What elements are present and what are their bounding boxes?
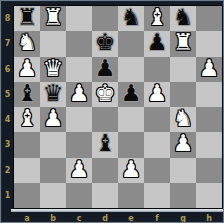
square-f4[interactable] (144, 107, 170, 132)
square-c3[interactable] (66, 132, 92, 157)
square-e8[interactable]: ♞ (118, 6, 144, 31)
board-bottom-bevel (11, 209, 223, 212)
square-g7[interactable]: ♜ (170, 31, 196, 56)
square-c8[interactable] (66, 6, 92, 31)
square-f6[interactable] (144, 57, 170, 82)
white-pawn[interactable]: ♟ (147, 82, 168, 105)
square-b1[interactable] (40, 183, 66, 208)
square-c7[interactable] (66, 31, 92, 56)
square-h1[interactable] (196, 183, 222, 208)
square-h5[interactable] (196, 82, 222, 107)
rank-label-7: 7 (1, 31, 14, 56)
rank-label-6: 6 (1, 57, 14, 82)
square-b7[interactable] (40, 31, 66, 56)
square-a6[interactable]: ♟ (14, 57, 40, 82)
rank-label-8: 8 (1, 6, 14, 31)
white-knight[interactable]: ♞ (17, 31, 38, 54)
square-f8[interactable]: ♝ (144, 6, 170, 31)
file-label-g: g (170, 213, 196, 223)
black-pawn[interactable]: ♟ (95, 57, 116, 80)
square-h8[interactable] (196, 6, 222, 31)
square-e6[interactable] (118, 57, 144, 82)
square-a2[interactable] (14, 158, 40, 183)
square-h3[interactable] (196, 132, 222, 157)
square-c6[interactable] (66, 57, 92, 82)
black-pawn[interactable]: ♟ (121, 82, 142, 105)
white-bishop[interactable]: ♝ (147, 6, 168, 29)
square-d8[interactable] (92, 6, 118, 31)
chess-board[interactable]: ♜♜♞♝♞♞♚♟♜♟♛♟♟♝♛♟♚♟♟♝♟♞♝♟♟♟ (14, 6, 222, 208)
black-knight[interactable]: ♞ (173, 6, 194, 29)
file-label-h: h (196, 213, 222, 223)
white-pawn[interactable]: ♟ (199, 57, 220, 80)
black-pawn[interactable]: ♟ (147, 31, 168, 54)
square-a5[interactable]: ♝ (14, 82, 40, 107)
square-e2[interactable]: ♟ (118, 158, 144, 183)
chess-board-frame: 87654321 ♜♜♞♝♞♞♚♟♜♟♛♟♟♝♛♟♚♟♟♝♟♞♝♟♟♟ abcd… (0, 0, 224, 223)
rank-labels: 87654321 (1, 6, 14, 208)
square-g5[interactable] (170, 82, 196, 107)
black-bishop[interactable]: ♝ (17, 82, 38, 105)
square-d4[interactable] (92, 107, 118, 132)
square-a4[interactable]: ♝ (14, 107, 40, 132)
square-c4[interactable] (66, 107, 92, 132)
square-b8[interactable]: ♜ (40, 6, 66, 31)
square-d7[interactable]: ♚ (92, 31, 118, 56)
square-f5[interactable]: ♟ (144, 82, 170, 107)
white-pawn[interactable]: ♟ (173, 132, 194, 155)
white-queen[interactable]: ♛ (43, 57, 64, 80)
square-b2[interactable] (40, 158, 66, 183)
square-h7[interactable] (196, 31, 222, 56)
file-label-b: b (40, 213, 66, 223)
square-g3[interactable]: ♟ (170, 132, 196, 157)
square-h4[interactable] (196, 107, 222, 132)
white-king[interactable]: ♚ (95, 82, 116, 105)
square-f7[interactable]: ♟ (144, 31, 170, 56)
square-d3[interactable]: ♝ (92, 132, 118, 157)
square-d5[interactable]: ♚ (92, 82, 118, 107)
square-h2[interactable] (196, 158, 222, 183)
file-labels: abcdefgh (14, 213, 222, 223)
square-f3[interactable] (144, 132, 170, 157)
square-g8[interactable]: ♞ (170, 6, 196, 31)
rank-label-5: 5 (1, 82, 14, 107)
square-f1[interactable] (144, 183, 170, 208)
square-b4[interactable]: ♟ (40, 107, 66, 132)
square-g4[interactable]: ♞ (170, 107, 196, 132)
white-pawn[interactable]: ♟ (17, 57, 38, 80)
square-d6[interactable]: ♟ (92, 57, 118, 82)
square-g2[interactable] (170, 158, 196, 183)
white-rook[interactable]: ♜ (43, 6, 64, 29)
file-label-d: d (92, 213, 118, 223)
square-f2[interactable] (144, 158, 170, 183)
black-king[interactable]: ♚ (95, 31, 116, 54)
white-pawn[interactable]: ♟ (69, 82, 90, 105)
square-e4[interactable] (118, 107, 144, 132)
square-e3[interactable] (118, 132, 144, 157)
file-label-e: e (118, 213, 144, 223)
white-bishop[interactable]: ♝ (17, 107, 38, 130)
white-pawn[interactable]: ♟ (69, 158, 90, 181)
square-h6[interactable]: ♟ (196, 57, 222, 82)
rank-label-3: 3 (1, 132, 14, 157)
black-knight[interactable]: ♞ (121, 6, 142, 29)
square-d2[interactable] (92, 158, 118, 183)
white-pawn[interactable]: ♟ (43, 107, 64, 130)
square-b3[interactable] (40, 132, 66, 157)
square-g6[interactable] (170, 57, 196, 82)
square-c5[interactable]: ♟ (66, 82, 92, 107)
white-rook[interactable]: ♜ (173, 31, 194, 54)
black-rook[interactable]: ♜ (17, 6, 38, 29)
rank-label-4: 4 (1, 107, 14, 132)
rank-label-1: 1 (1, 183, 14, 208)
square-a7[interactable]: ♞ (14, 31, 40, 56)
square-c2[interactable]: ♟ (66, 158, 92, 183)
square-a8[interactable]: ♜ (14, 6, 40, 31)
square-a3[interactable] (14, 132, 40, 157)
black-bishop[interactable]: ♝ (95, 132, 116, 155)
square-d1[interactable] (92, 183, 118, 208)
square-e1[interactable] (118, 183, 144, 208)
square-c1[interactable] (66, 183, 92, 208)
square-b6[interactable]: ♛ (40, 57, 66, 82)
file-label-a: a (14, 213, 40, 223)
white-pawn[interactable]: ♟ (121, 158, 142, 181)
square-e5[interactable]: ♟ (118, 82, 144, 107)
square-e7[interactable] (118, 31, 144, 56)
file-label-c: c (66, 213, 92, 223)
square-b5[interactable]: ♛ (40, 82, 66, 107)
square-g1[interactable] (170, 183, 196, 208)
square-a1[interactable] (14, 183, 40, 208)
black-queen[interactable]: ♛ (43, 82, 64, 105)
white-knight[interactable]: ♞ (173, 107, 194, 130)
rank-label-2: 2 (1, 158, 14, 183)
file-label-f: f (144, 213, 170, 223)
